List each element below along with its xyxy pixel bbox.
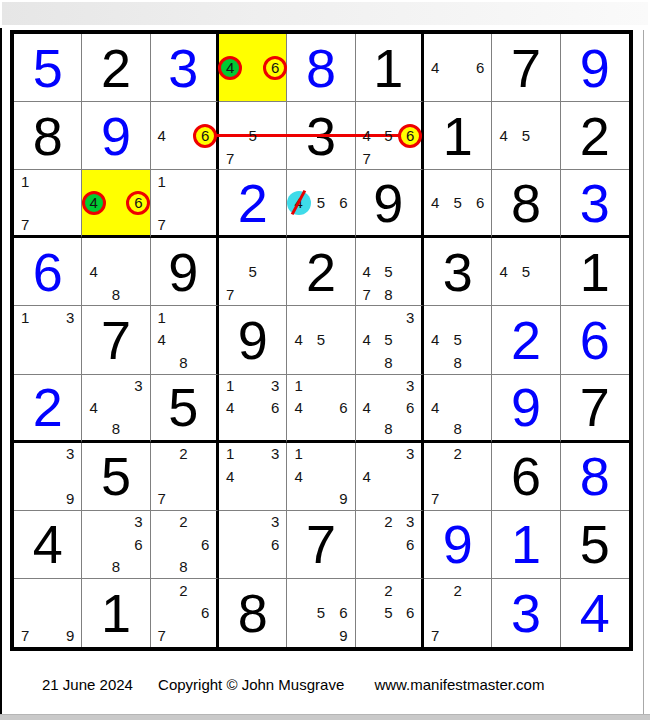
candidate-5: 5 — [377, 329, 399, 351]
candidate-1: 1 — [14, 306, 36, 328]
candidate-9: 9 — [59, 624, 81, 647]
candidate-5: 5 — [310, 192, 332, 214]
candidate-digit: 7 — [431, 491, 439, 506]
candidate-8: 8 — [172, 351, 194, 373]
cell-r8c7[interactable]: 9 — [424, 511, 492, 579]
candidate-2: 2 — [446, 579, 468, 602]
solved-digit: 8 — [580, 449, 610, 503]
given-digit: 2 — [306, 245, 336, 299]
cell-r3c2[interactable]: 46 — [82, 170, 150, 238]
candidate-digit: 1 — [294, 378, 302, 393]
candidate-6: 6 — [264, 56, 286, 78]
cell-r9c9[interactable]: 4 — [561, 579, 629, 647]
candidate-digit: 2 — [179, 583, 187, 598]
footer-copyright: Copyright © John Musgrave — [158, 676, 344, 693]
candidate-8: 8 — [105, 556, 127, 578]
cell-r4c3[interactable]: 9 — [151, 238, 219, 306]
candidate-2: 2 — [172, 443, 194, 465]
candidate-digit: 4 — [499, 264, 507, 279]
candidate-3: 3 — [59, 443, 81, 465]
given-digit: 5 — [168, 380, 198, 434]
cell-r1c5[interactable]: 8 — [287, 34, 355, 102]
candidate-2: 2 — [377, 511, 399, 533]
candidate-8: 8 — [377, 283, 399, 305]
candidate-1: 1 — [151, 306, 173, 328]
candidate-digit: 8 — [112, 559, 120, 574]
candidate-8: 8 — [105, 418, 127, 440]
candidate-digit: 4 — [431, 332, 439, 347]
cell-r3c5[interactable]: 456 — [287, 170, 355, 238]
candidate-digit: 8 — [384, 287, 392, 302]
cell-r1c8[interactable]: 7 — [492, 34, 560, 102]
candidate-digit: 6 — [271, 400, 279, 415]
candidate-6: 6 — [332, 602, 354, 625]
candidate-digit: 4 — [431, 195, 439, 210]
candidate-5: 5 — [241, 261, 263, 283]
candidate-4: 4 — [219, 396, 241, 418]
candidate-digit: 5 — [384, 264, 392, 279]
cell-r6c5[interactable]: 146 — [287, 375, 355, 443]
candidate-6: 6 — [399, 602, 421, 625]
cell-r7c9[interactable]: 8 — [561, 443, 629, 511]
solved-digit: 8 — [306, 41, 336, 95]
candidate-5: 5 — [515, 261, 537, 283]
candidate-digit: 4 — [157, 128, 165, 143]
cell-r4c4[interactable]: 57 — [219, 238, 287, 306]
candidate-6: 6 — [399, 124, 421, 146]
cell-r6c1[interactable]: 2 — [14, 375, 82, 443]
candidate-digit: 7 — [157, 217, 165, 232]
cell-r9c3[interactable]: 267 — [151, 579, 219, 647]
cell-r8c2[interactable]: 368 — [82, 511, 150, 579]
candidate-digit: 7 — [226, 287, 234, 302]
cell-r1c1[interactable]: 5 — [14, 34, 82, 102]
candidate-digit: 6 — [406, 537, 414, 552]
candidate-digit: 7 — [157, 628, 165, 643]
candidate-5: 5 — [310, 602, 332, 625]
cell-r2c8[interactable]: 45 — [492, 102, 560, 170]
cell-r1c3[interactable]: 3 — [151, 34, 219, 102]
candidate-digit: 5 — [384, 128, 392, 143]
candidate-digit: 5 — [522, 128, 530, 143]
given-digit: 8 — [238, 586, 268, 640]
candidate-5: 5 — [515, 124, 537, 146]
candidate-digit: 8 — [453, 421, 461, 436]
candidate-digit: 1 — [157, 174, 165, 189]
cell-r4c1[interactable]: 6 — [14, 238, 82, 306]
candidate-6: 6 — [264, 396, 286, 418]
candidate-3: 3 — [127, 511, 149, 533]
candidate-7: 7 — [424, 487, 446, 509]
candidate-digit: 3 — [66, 310, 74, 325]
cell-r1c6[interactable]: 1 — [356, 34, 424, 102]
solved-digit: 3 — [580, 176, 610, 230]
cell-r1c7[interactable]: 46 — [424, 34, 492, 102]
given-digit: 5 — [101, 449, 131, 503]
candidate-5: 5 — [446, 192, 468, 214]
candidate-digit: 7 — [362, 287, 370, 302]
candidate-digit: 6 — [201, 537, 209, 552]
cell-r7c8[interactable]: 6 — [492, 443, 560, 511]
candidate-digit: 6 — [339, 195, 347, 210]
cell-r7c7[interactable]: 27 — [424, 443, 492, 511]
candidate-digit: 5 — [384, 332, 392, 347]
candidate-digit: 1 — [21, 310, 29, 325]
cell-r8c9[interactable]: 5 — [561, 511, 629, 579]
cell-r2c7[interactable]: 1 — [424, 102, 492, 170]
candidate-4: 4 — [287, 192, 309, 214]
solved-digit: 4 — [580, 586, 610, 640]
candidate-3: 3 — [264, 511, 286, 533]
candidate-4: 4 — [356, 261, 378, 283]
candidate-1: 1 — [219, 375, 241, 397]
cell-r5c8[interactable]: 2 — [492, 306, 560, 374]
cell-r6c9[interactable]: 7 — [561, 375, 629, 443]
candidate-4: 4 — [82, 192, 104, 214]
sudoku-board: 5234681467989465734567145217461724569456… — [10, 30, 633, 651]
candidate-3: 3 — [399, 306, 421, 328]
candidate-digit: 6 — [406, 400, 414, 415]
candidate-2: 2 — [446, 443, 468, 465]
footer-date: 21 June 2024 — [42, 676, 133, 693]
candidate-7: 7 — [424, 624, 446, 647]
given-digit: 9 — [168, 245, 198, 299]
candidate-digit: 3 — [271, 514, 279, 529]
candidate-8: 8 — [377, 351, 399, 373]
cell-r7c5[interactable]: 149 — [287, 443, 355, 511]
cell-r4c8[interactable]: 45 — [492, 238, 560, 306]
cell-r8c1[interactable]: 4 — [14, 511, 82, 579]
given-digit: 1 — [373, 41, 403, 95]
cell-r5c9[interactable]: 6 — [561, 306, 629, 374]
given-digit: 9 — [238, 313, 268, 367]
candidate-5: 5 — [310, 329, 332, 351]
given-digit: 1 — [101, 586, 131, 640]
candidate-6: 6 — [332, 396, 354, 418]
cell-r9c6[interactable]: 256 — [356, 579, 424, 647]
candidate-digit: 6 — [271, 537, 279, 552]
candidate-digit: 7 — [157, 491, 165, 506]
candidate-digit: 8 — [179, 355, 187, 370]
candidate-digit: 3 — [271, 378, 279, 393]
candidate-7: 7 — [356, 147, 378, 169]
candidate-digit: 5 — [317, 605, 325, 620]
solved-digit: 9 — [511, 380, 541, 434]
given-digit: 2 — [101, 41, 131, 95]
candidate-4: 4 — [424, 396, 446, 418]
candidate-digit: 7 — [21, 217, 29, 232]
footer: 21 June 2024 Copyright © John Musgrave w… — [42, 676, 544, 694]
candidate-digit: 4 — [89, 400, 97, 415]
candidate-6: 6 — [194, 124, 216, 146]
candidate-6: 6 — [194, 602, 216, 625]
cell-r8c4[interactable]: 36 — [219, 511, 287, 579]
candidate-4: 4 — [219, 465, 241, 487]
candidate-8: 8 — [446, 351, 468, 373]
candidate-digit: 6 — [406, 128, 414, 143]
candidate-7: 7 — [219, 147, 241, 169]
candidate-8: 8 — [377, 418, 399, 440]
solved-digit: 9 — [580, 41, 610, 95]
window-right-edge-line — [643, 30, 644, 715]
candidate-digit: 4 — [362, 469, 370, 484]
candidate-digit: 1 — [157, 310, 165, 325]
candidate-digit: 6 — [201, 128, 209, 143]
candidate-digit: 6 — [134, 195, 142, 210]
candidate-digit: 4 — [362, 332, 370, 347]
cell-r5c4[interactable]: 9 — [219, 306, 287, 374]
candidate-digit: 6 — [339, 605, 347, 620]
candidate-9: 9 — [59, 487, 81, 509]
solved-digit: 9 — [101, 109, 131, 163]
candidate-digit: 1 — [21, 174, 29, 189]
solved-digit: 9 — [443, 517, 473, 571]
sudoku-grid: 5234681467989465734567145217461724569456… — [14, 34, 629, 647]
cell-r8c6[interactable]: 236 — [356, 511, 424, 579]
candidate-6: 6 — [469, 192, 491, 214]
candidate-1: 1 — [151, 170, 173, 192]
candidate-6: 6 — [127, 192, 149, 214]
candidate-3: 3 — [264, 443, 286, 465]
candidate-digit: 1 — [226, 446, 234, 461]
cell-r3c6[interactable]: 9 — [356, 170, 424, 238]
candidate-digit: 8 — [179, 559, 187, 574]
cell-r6c4[interactable]: 1346 — [219, 375, 287, 443]
candidate-1: 1 — [287, 375, 309, 397]
cell-r2c2[interactable]: 9 — [82, 102, 150, 170]
candidate-digit: 3 — [66, 446, 74, 461]
cell-r3c7[interactable]: 456 — [424, 170, 492, 238]
cell-r4c5[interactable]: 2 — [287, 238, 355, 306]
candidate-digit: 7 — [431, 628, 439, 643]
candidate-digit: 7 — [21, 628, 29, 643]
candidate-5: 5 — [377, 602, 399, 625]
candidate-digit: 3 — [406, 514, 414, 529]
candidate-4: 4 — [82, 261, 104, 283]
given-digit: 1 — [443, 109, 473, 163]
candidate-digit: 5 — [248, 128, 256, 143]
candidate-7: 7 — [14, 624, 36, 647]
candidate-4: 4 — [151, 329, 173, 351]
candidate-digit: 9 — [339, 491, 347, 506]
cell-r5c3[interactable]: 148 — [151, 306, 219, 374]
cell-r6c8[interactable]: 9 — [492, 375, 560, 443]
candidate-digit: 6 — [406, 605, 414, 620]
candidate-4: 4 — [356, 465, 378, 487]
candidate-digit: 6 — [339, 400, 347, 415]
cell-r1c4[interactable]: 46 — [219, 34, 287, 102]
cell-r5c6[interactable]: 3458 — [356, 306, 424, 374]
candidate-digit: 6 — [476, 195, 484, 210]
candidate-6: 6 — [264, 533, 286, 555]
candidate-3: 3 — [399, 443, 421, 465]
candidate-6: 6 — [127, 533, 149, 555]
cell-r7c4[interactable]: 134 — [219, 443, 287, 511]
candidate-9: 9 — [332, 487, 354, 509]
given-digit: 1 — [580, 245, 610, 299]
candidate-6: 6 — [399, 533, 421, 555]
solved-digit: 6 — [33, 245, 63, 299]
candidate-digit: 6 — [134, 537, 142, 552]
candidate-digit: 4 — [89, 264, 97, 279]
given-digit: 7 — [580, 380, 610, 434]
given-digit: 7 — [101, 313, 131, 367]
chain-link-line — [205, 134, 410, 137]
cell-r2c6[interactable]: 4567 — [356, 102, 424, 170]
cell-r1c2[interactable]: 2 — [82, 34, 150, 102]
candidate-digit: 8 — [384, 355, 392, 370]
cell-r7c6[interactable]: 34 — [356, 443, 424, 511]
cell-r9c8[interactable]: 3 — [492, 579, 560, 647]
candidate-2: 2 — [172, 511, 194, 533]
candidate-3: 3 — [127, 375, 149, 397]
candidate-digit: 6 — [201, 605, 209, 620]
given-digit: 7 — [306, 517, 336, 571]
candidate-digit: 4 — [362, 400, 370, 415]
solved-digit: 3 — [511, 586, 541, 640]
candidate-digit: 2 — [384, 514, 392, 529]
candidate-8: 8 — [105, 283, 127, 305]
candidate-digit: 4 — [431, 400, 439, 415]
candidate-digit: 6 — [476, 60, 484, 75]
given-digit: 5 — [580, 517, 610, 571]
cell-r7c1[interactable]: 39 — [14, 443, 82, 511]
candidate-digit: 3 — [406, 310, 414, 325]
candidate-7: 7 — [151, 487, 173, 509]
candidate-digit: 4 — [157, 332, 165, 347]
given-digit: 2 — [580, 109, 610, 163]
candidate-digit: 1 — [226, 378, 234, 393]
candidate-digit: 4 — [499, 128, 507, 143]
cell-r3c8[interactable]: 8 — [492, 170, 560, 238]
candidate-7: 7 — [151, 214, 173, 236]
candidate-digit: 3 — [406, 446, 414, 461]
candidate-3: 3 — [399, 511, 421, 533]
cell-r8c3[interactable]: 268 — [151, 511, 219, 579]
given-digit: 9 — [373, 176, 403, 230]
cell-r5c7[interactable]: 458 — [424, 306, 492, 374]
cell-r9c5[interactable]: 569 — [287, 579, 355, 647]
window-left-edge-line — [0, 28, 2, 715]
window-chrome-bar — [2, 2, 648, 25]
candidate-digit: 8 — [453, 355, 461, 370]
window-bottom-bar — [0, 714, 650, 720]
cell-r6c6[interactable]: 3468 — [356, 375, 424, 443]
solved-digit: 2 — [238, 176, 268, 230]
candidate-6: 6 — [194, 533, 216, 555]
solved-digit: 5 — [33, 41, 63, 95]
candidate-2: 2 — [172, 579, 194, 602]
candidate-8: 8 — [446, 418, 468, 440]
candidate-4: 4 — [424, 56, 446, 78]
candidate-digit: 9 — [339, 628, 347, 643]
candidate-digit: 2 — [453, 446, 461, 461]
solved-digit: 2 — [33, 380, 63, 434]
candidate-digit: 8 — [112, 287, 120, 302]
candidate-3: 3 — [264, 375, 286, 397]
candidate-digit: 2 — [384, 583, 392, 598]
cell-r4c7[interactable]: 3 — [424, 238, 492, 306]
given-digit: 6 — [511, 449, 541, 503]
candidate-6: 6 — [332, 192, 354, 214]
cell-r2c1[interactable]: 8 — [14, 102, 82, 170]
candidate-digit: 5 — [453, 195, 461, 210]
candidate-7: 7 — [151, 624, 173, 647]
candidate-3: 3 — [59, 306, 81, 328]
candidate-digit: 4 — [362, 128, 370, 143]
candidate-digit: 4 — [294, 400, 302, 415]
candidate-digit: 4 — [431, 60, 439, 75]
cell-r9c2[interactable]: 1 — [82, 579, 150, 647]
cell-r4c2[interactable]: 48 — [82, 238, 150, 306]
cell-r9c4[interactable]: 8 — [219, 579, 287, 647]
candidate-5: 5 — [377, 261, 399, 283]
candidate-digit: 5 — [522, 264, 530, 279]
cell-r5c2[interactable]: 7 — [82, 306, 150, 374]
cell-r1c9[interactable]: 9 — [561, 34, 629, 102]
candidate-7: 7 — [219, 283, 241, 305]
cell-r4c6[interactable]: 4578 — [356, 238, 424, 306]
candidate-4: 4 — [287, 396, 309, 418]
candidate-digit: 2 — [179, 446, 187, 461]
given-digit: 3 — [443, 245, 473, 299]
cell-r6c3[interactable]: 5 — [151, 375, 219, 443]
cell-r6c7[interactable]: 48 — [424, 375, 492, 443]
cell-r9c1[interactable]: 79 — [14, 579, 82, 647]
cell-r8c8[interactable]: 1 — [492, 511, 560, 579]
cell-r3c3[interactable]: 17 — [151, 170, 219, 238]
cell-r2c9[interactable]: 2 — [561, 102, 629, 170]
candidate-digit: 5 — [384, 605, 392, 620]
candidate-digit: 8 — [112, 421, 120, 436]
cell-r7c2[interactable]: 5 — [82, 443, 150, 511]
cell-r9c7[interactable]: 27 — [424, 579, 492, 647]
cell-r3c1[interactable]: 17 — [14, 170, 82, 238]
cell-r4c9[interactable]: 1 — [561, 238, 629, 306]
cell-r8c5[interactable]: 7 — [287, 511, 355, 579]
candidate-4: 4 — [151, 124, 173, 146]
candidate-4: 4 — [287, 329, 309, 351]
candidate-digit: 2 — [179, 514, 187, 529]
cell-r3c4[interactable]: 2 — [219, 170, 287, 238]
candidate-4: 4 — [492, 261, 514, 283]
cell-r7c3[interactable]: 27 — [151, 443, 219, 511]
solved-digit: 3 — [168, 41, 198, 95]
candidate-5: 5 — [446, 329, 468, 351]
cell-r3c9[interactable]: 3 — [561, 170, 629, 238]
cell-r2c3[interactable]: 46 — [151, 102, 219, 170]
candidate-digit: 4 — [362, 264, 370, 279]
candidate-digit: 4 — [226, 469, 234, 484]
candidate-4: 4 — [424, 192, 446, 214]
candidate-digit: 3 — [134, 378, 142, 393]
solved-digit: 1 — [511, 517, 541, 571]
cell-r5c5[interactable]: 45 — [287, 306, 355, 374]
candidate-4: 4 — [492, 124, 514, 146]
cell-r5c1[interactable]: 13 — [14, 306, 82, 374]
cell-r6c2[interactable]: 348 — [82, 375, 150, 443]
candidate-digit: 5 — [453, 332, 461, 347]
candidate-6: 6 — [469, 56, 491, 78]
candidate-digit: 1 — [294, 446, 302, 461]
candidate-4: 4 — [287, 465, 309, 487]
candidate-8: 8 — [172, 556, 194, 578]
candidate-4: 4 — [82, 396, 104, 418]
candidate-digit: 6 — [271, 60, 279, 75]
candidate-1: 1 — [219, 443, 241, 465]
candidate-digit: 3 — [134, 514, 142, 529]
candidate-9: 9 — [332, 624, 354, 647]
